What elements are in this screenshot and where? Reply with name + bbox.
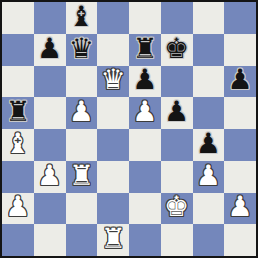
square-f6[interactable] xyxy=(161,66,193,98)
black-pawn-g4: ♟ xyxy=(196,130,221,158)
chess-board: ♝♟♛♜♚♛♟♟♜♟♟♟♝♟♟♜♟♟♚♟♜ xyxy=(0,0,258,258)
square-g6[interactable] xyxy=(193,66,225,98)
square-h3[interactable] xyxy=(224,161,256,193)
square-f2[interactable]: ♚ xyxy=(161,193,193,225)
square-b3[interactable]: ♟ xyxy=(34,161,66,193)
black-bishop-c8: ♝ xyxy=(69,3,94,31)
white-king-f2: ♚ xyxy=(164,193,189,221)
black-pawn-f5: ♟ xyxy=(164,98,189,126)
square-b7[interactable]: ♟ xyxy=(34,34,66,66)
square-h7[interactable] xyxy=(224,34,256,66)
square-e8[interactable] xyxy=(129,2,161,34)
square-f1[interactable] xyxy=(161,224,193,256)
black-king-f7: ♚ xyxy=(164,35,189,63)
square-d6[interactable]: ♛ xyxy=(97,66,129,98)
square-f5[interactable]: ♟ xyxy=(161,97,193,129)
square-b4[interactable] xyxy=(34,129,66,161)
square-e4[interactable] xyxy=(129,129,161,161)
black-pawn-b7: ♟ xyxy=(37,35,62,63)
square-b1[interactable] xyxy=(34,224,66,256)
white-pawn-a2: ♟ xyxy=(5,193,30,221)
square-d3[interactable] xyxy=(97,161,129,193)
square-g3[interactable]: ♟ xyxy=(193,161,225,193)
square-f4[interactable] xyxy=(161,129,193,161)
square-d2[interactable] xyxy=(97,193,129,225)
square-a8[interactable] xyxy=(2,2,34,34)
chess-board-container: ♝♟♛♜♚♛♟♟♜♟♟♟♝♟♟♜♟♟♚♟♜ xyxy=(0,0,258,258)
square-e5[interactable]: ♟ xyxy=(129,97,161,129)
square-a5[interactable]: ♜ xyxy=(2,97,34,129)
white-rook-c3: ♜ xyxy=(69,162,94,190)
square-d5[interactable] xyxy=(97,97,129,129)
square-g1[interactable] xyxy=(193,224,225,256)
white-pawn-e5: ♟ xyxy=(132,98,157,126)
black-rook-e7: ♜ xyxy=(132,35,157,63)
black-pawn-e6: ♟ xyxy=(132,66,157,94)
square-f8[interactable] xyxy=(161,2,193,34)
black-rook-a5: ♜ xyxy=(5,98,30,126)
white-queen-d6: ♛ xyxy=(101,66,126,94)
square-h5[interactable] xyxy=(224,97,256,129)
square-g5[interactable] xyxy=(193,97,225,129)
square-c8[interactable]: ♝ xyxy=(66,2,98,34)
white-pawn-b3: ♟ xyxy=(37,162,62,190)
square-h6[interactable]: ♟ xyxy=(224,66,256,98)
square-f3[interactable] xyxy=(161,161,193,193)
square-c7[interactable]: ♛ xyxy=(66,34,98,66)
square-b8[interactable] xyxy=(34,2,66,34)
square-h1[interactable] xyxy=(224,224,256,256)
square-a2[interactable]: ♟ xyxy=(2,193,34,225)
square-g4[interactable]: ♟ xyxy=(193,129,225,161)
square-a1[interactable] xyxy=(2,224,34,256)
square-e2[interactable] xyxy=(129,193,161,225)
black-pawn-h6: ♟ xyxy=(228,66,253,94)
white-bishop-a4: ♝ xyxy=(5,130,30,158)
white-pawn-g3: ♟ xyxy=(196,162,221,190)
square-c4[interactable] xyxy=(66,129,98,161)
white-rook-d1: ♜ xyxy=(101,225,126,253)
white-pawn-c5: ♟ xyxy=(69,98,94,126)
square-a7[interactable] xyxy=(2,34,34,66)
square-c2[interactable] xyxy=(66,193,98,225)
square-f7[interactable]: ♚ xyxy=(161,34,193,66)
square-d7[interactable] xyxy=(97,34,129,66)
square-g7[interactable] xyxy=(193,34,225,66)
square-e6[interactable]: ♟ xyxy=(129,66,161,98)
square-h8[interactable] xyxy=(224,2,256,34)
square-d8[interactable] xyxy=(97,2,129,34)
square-g8[interactable] xyxy=(193,2,225,34)
square-h4[interactable] xyxy=(224,129,256,161)
square-e3[interactable] xyxy=(129,161,161,193)
square-e7[interactable]: ♜ xyxy=(129,34,161,66)
square-b5[interactable] xyxy=(34,97,66,129)
square-b6[interactable] xyxy=(34,66,66,98)
square-c3[interactable]: ♜ xyxy=(66,161,98,193)
square-g2[interactable] xyxy=(193,193,225,225)
square-a3[interactable] xyxy=(2,161,34,193)
square-d1[interactable]: ♜ xyxy=(97,224,129,256)
black-queen-c7: ♛ xyxy=(69,35,94,63)
square-a6[interactable] xyxy=(2,66,34,98)
square-h2[interactable]: ♟ xyxy=(224,193,256,225)
square-e1[interactable] xyxy=(129,224,161,256)
square-a4[interactable]: ♝ xyxy=(2,129,34,161)
square-c6[interactable] xyxy=(66,66,98,98)
square-b2[interactable] xyxy=(34,193,66,225)
white-pawn-h2: ♟ xyxy=(228,193,253,221)
square-c5[interactable]: ♟ xyxy=(66,97,98,129)
square-d4[interactable] xyxy=(97,129,129,161)
square-c1[interactable] xyxy=(66,224,98,256)
